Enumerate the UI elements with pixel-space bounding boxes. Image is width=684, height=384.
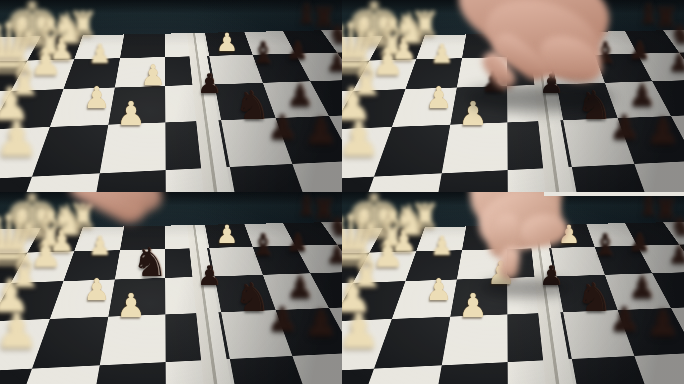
video-frame-2: ♝♜♜♚♞♞♝♟♟♟♛♝♟♟♟♝♟♟♟♟♟♞♟♟♟♟	[342, 0, 684, 192]
hand-f2	[95, 192, 167, 215]
black-rook: ♜	[310, 196, 335, 224]
video-frame-1: ♝♜♜♚♞♞♝♟♟♟♛♝♟♟♟♟♝♟♟♟♟♞♟♟♟♟	[0, 0, 342, 192]
video-preview-montage: ♝♜♜♚♞♞♝♟♟♟♛♝♟♟♟♟♝♟♟♟♟♞♟♟♟♟ ♝♜♜♚♞♞♝♟♟♟♛♝♟…	[0, 0, 684, 384]
chessboard	[0, 0, 342, 40]
hand-f1	[62, 192, 153, 229]
board-edge-highlight	[544, 192, 684, 196]
board-seam	[0, 0, 203, 33]
black-rook: ♜	[652, 196, 677, 224]
black-rook: ♜	[652, 4, 677, 32]
black-bishop: ♝	[636, 0, 660, 27]
black-bishop: ♝	[294, 192, 318, 219]
video-frame-3: ♝♜♜♚♞♞♝♟♟♟♛♝♟♟♟♞♝♟♟♟♟♞♟♟♟♟	[0, 192, 342, 384]
chessboard	[342, 192, 684, 232]
black-bishop: ♝	[636, 192, 660, 219]
chessboard	[0, 192, 342, 232]
video-frame-4: ♝♜♜♚♞♞♝♟♟♟♛♝♟♟♟♝♟♟♟♟♟♞♟♟♟♟	[342, 192, 684, 384]
board-seam	[0, 192, 203, 225]
black-bishop: ♝	[294, 0, 318, 27]
chessboard	[342, 0, 684, 40]
board-seam	[342, 192, 545, 225]
black-rook: ♜	[310, 4, 335, 32]
board-seam	[342, 0, 545, 33]
